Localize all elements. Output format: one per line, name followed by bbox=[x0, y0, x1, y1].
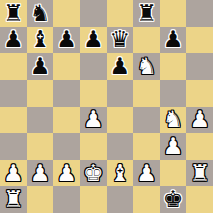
square-g8[interactable] bbox=[160, 0, 187, 27]
square-f3[interactable] bbox=[133, 133, 160, 160]
square-d4[interactable]: ♟ bbox=[80, 107, 107, 134]
square-c5[interactable] bbox=[53, 80, 80, 107]
square-f2[interactable]: ♟ bbox=[133, 160, 160, 187]
square-h6[interactable] bbox=[186, 53, 213, 80]
square-a4[interactable] bbox=[0, 107, 27, 134]
square-g7[interactable]: ♟ bbox=[160, 27, 187, 54]
square-b6[interactable]: ♟ bbox=[27, 53, 54, 80]
square-e8[interactable] bbox=[107, 0, 134, 27]
square-b5[interactable] bbox=[27, 80, 54, 107]
square-c7[interactable]: ♟ bbox=[53, 27, 80, 54]
square-h1[interactable] bbox=[186, 186, 213, 213]
square-c1[interactable] bbox=[53, 186, 80, 213]
square-c6[interactable] bbox=[53, 53, 80, 80]
square-h7[interactable] bbox=[186, 27, 213, 54]
square-f7[interactable] bbox=[133, 27, 160, 54]
square-g5[interactable] bbox=[160, 80, 187, 107]
white-rook[interactable]: ♜ bbox=[3, 188, 24, 211]
square-d5[interactable] bbox=[80, 80, 107, 107]
white-pawn[interactable]: ♟ bbox=[30, 162, 51, 185]
square-a2[interactable]: ♟ bbox=[0, 160, 27, 187]
square-g2[interactable] bbox=[160, 160, 187, 187]
square-e6[interactable]: ♟ bbox=[107, 53, 134, 80]
square-e5[interactable] bbox=[107, 80, 134, 107]
square-g3[interactable]: ♟ bbox=[160, 133, 187, 160]
square-d6[interactable] bbox=[80, 53, 107, 80]
white-king[interactable]: ♚ bbox=[83, 162, 104, 185]
black-king[interactable]: ♚ bbox=[163, 188, 184, 211]
white-pawn[interactable]: ♟ bbox=[136, 162, 157, 185]
white-rook[interactable]: ♜ bbox=[189, 162, 210, 185]
square-g1[interactable]: ♚ bbox=[160, 186, 187, 213]
square-c2[interactable]: ♟ bbox=[53, 160, 80, 187]
square-f1[interactable] bbox=[133, 186, 160, 213]
black-pawn[interactable]: ♟ bbox=[56, 28, 77, 51]
square-d3[interactable] bbox=[80, 133, 107, 160]
square-h2[interactable]: ♜ bbox=[186, 160, 213, 187]
square-c4[interactable] bbox=[53, 107, 80, 134]
white-pawn[interactable]: ♟ bbox=[163, 135, 184, 158]
white-pawn[interactable]: ♟ bbox=[3, 162, 24, 185]
square-a5[interactable] bbox=[0, 80, 27, 107]
white-knight[interactable]: ♞ bbox=[163, 108, 184, 131]
square-d8[interactable] bbox=[80, 0, 107, 27]
square-h4[interactable]: ♟ bbox=[186, 107, 213, 134]
square-a8[interactable]: ♜ bbox=[0, 0, 27, 27]
square-b1[interactable] bbox=[27, 186, 54, 213]
black-knight[interactable]: ♞ bbox=[30, 2, 51, 25]
square-h5[interactable] bbox=[186, 80, 213, 107]
black-bishop[interactable]: ♝ bbox=[30, 28, 51, 51]
black-pawn[interactable]: ♟ bbox=[163, 28, 184, 51]
square-d1[interactable] bbox=[80, 186, 107, 213]
square-d2[interactable]: ♚ bbox=[80, 160, 107, 187]
black-rook[interactable]: ♜ bbox=[136, 2, 157, 25]
square-g4[interactable]: ♞ bbox=[160, 107, 187, 134]
square-a6[interactable] bbox=[0, 53, 27, 80]
square-b3[interactable] bbox=[27, 133, 54, 160]
square-f6[interactable]: ♞ bbox=[133, 53, 160, 80]
chess-board: ♜♞♜♟♝♟♟♛♟♟♟♞♟♞♟♟♟♟♟♚♝♟♜♜♚ bbox=[0, 0, 213, 213]
square-f5[interactable] bbox=[133, 80, 160, 107]
square-e2[interactable]: ♝ bbox=[107, 160, 134, 187]
black-queen[interactable]: ♛ bbox=[110, 28, 131, 51]
square-f8[interactable]: ♜ bbox=[133, 0, 160, 27]
square-c3[interactable] bbox=[53, 133, 80, 160]
square-a1[interactable]: ♜ bbox=[0, 186, 27, 213]
square-e1[interactable] bbox=[107, 186, 134, 213]
white-knight[interactable]: ♞ bbox=[136, 55, 157, 78]
square-e7[interactable]: ♛ bbox=[107, 27, 134, 54]
black-pawn[interactable]: ♟ bbox=[3, 28, 24, 51]
white-pawn[interactable]: ♟ bbox=[56, 162, 77, 185]
square-a3[interactable] bbox=[0, 133, 27, 160]
square-e4[interactable] bbox=[107, 107, 134, 134]
black-pawn[interactable]: ♟ bbox=[110, 55, 131, 78]
black-rook[interactable]: ♜ bbox=[3, 2, 24, 25]
square-g6[interactable] bbox=[160, 53, 187, 80]
square-d7[interactable]: ♟ bbox=[80, 27, 107, 54]
square-b4[interactable] bbox=[27, 107, 54, 134]
square-f4[interactable] bbox=[133, 107, 160, 134]
white-pawn[interactable]: ♟ bbox=[83, 108, 104, 131]
square-c8[interactable] bbox=[53, 0, 80, 27]
square-b8[interactable]: ♞ bbox=[27, 0, 54, 27]
square-b7[interactable]: ♝ bbox=[27, 27, 54, 54]
square-b2[interactable]: ♟ bbox=[27, 160, 54, 187]
black-pawn[interactable]: ♟ bbox=[83, 28, 104, 51]
white-bishop[interactable]: ♝ bbox=[110, 162, 131, 185]
black-pawn[interactable]: ♟ bbox=[30, 55, 51, 78]
square-h3[interactable] bbox=[186, 133, 213, 160]
square-a7[interactable]: ♟ bbox=[0, 27, 27, 54]
white-pawn[interactable]: ♟ bbox=[189, 108, 210, 131]
square-h8[interactable] bbox=[186, 0, 213, 27]
square-e3[interactable] bbox=[107, 133, 134, 160]
